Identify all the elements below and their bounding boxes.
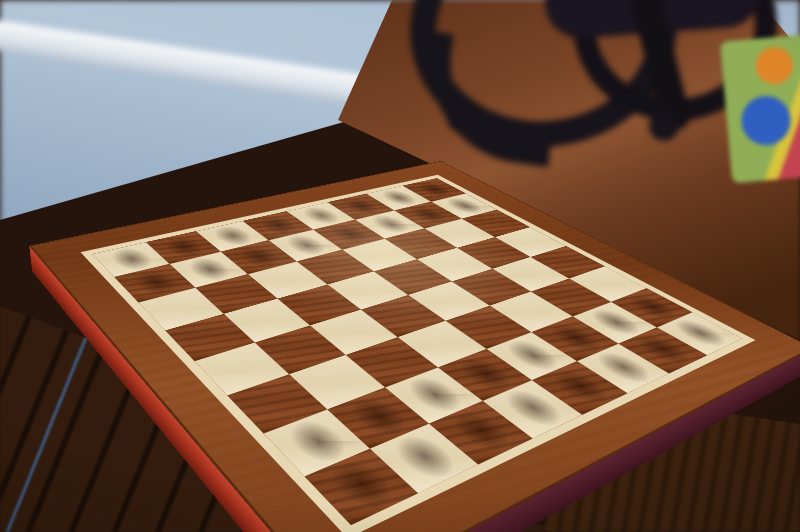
photo-scene: ♜♟♟♜♞♟♟♞♝♟♟♝♛♟♟♛♚♟♟♚♝♟♟♝♞♟♟♞♜♟♟♜ [0,0,800,532]
square-h3 [139,288,224,331]
square-h4 [165,314,254,361]
painted-box-decor [720,31,800,184]
iron-foot [649,111,679,141]
piece-glyph: ♟ [115,195,195,285]
square-h8: ♜ [305,449,418,525]
piece-glyph: ♜ [292,335,430,489]
